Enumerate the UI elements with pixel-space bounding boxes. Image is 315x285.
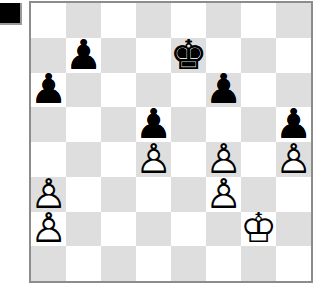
square-g4[interactable] [241,142,276,177]
square-e5[interactable] [171,107,206,142]
square-d8[interactable] [136,3,171,38]
square-b1[interactable] [66,246,101,281]
white-pawn-glyph: ♙ [135,135,172,183]
square-e2[interactable] [171,212,206,247]
square-d7[interactable] [136,38,171,73]
square-e7[interactable]: ♚♚ [171,38,206,73]
black-pawn[interactable]: ♟♟ [65,35,102,76]
white-pawn[interactable]: ♟♙ [30,208,67,249]
square-g8[interactable] [241,3,276,38]
square-d2[interactable] [136,212,171,247]
square-d1[interactable] [136,246,171,281]
square-e4[interactable] [171,142,206,177]
square-c4[interactable] [101,142,136,177]
white-pawn-glyph: ♙ [205,170,242,218]
square-g6[interactable] [241,73,276,108]
white-pawn-glyph: ♙ [30,204,67,252]
square-c6[interactable] [101,73,136,108]
square-a8[interactable] [31,3,66,38]
square-h2[interactable] [276,212,311,247]
square-g5[interactable] [241,107,276,142]
square-f8[interactable] [206,3,241,38]
square-c2[interactable] [101,212,136,247]
black-pawn[interactable]: ♟♟ [30,69,67,110]
black-king[interactable]: ♚♚ [170,35,207,76]
square-c1[interactable] [101,246,136,281]
square-g7[interactable] [241,38,276,73]
square-h4[interactable]: ♟♙ [276,142,311,177]
square-f6[interactable]: ♟♟ [206,73,241,108]
square-b4[interactable] [66,142,101,177]
chess-diagram: ♟♟♚♚♟♟♟♟♟♟♟♟♟♙♟♙♟♙♟♙♟♙♟♙♚♔ [0,0,315,285]
square-a6[interactable]: ♟♟ [31,73,66,108]
square-h1[interactable] [276,246,311,281]
white-king-glyph: ♔ [240,204,277,252]
square-a2[interactable]: ♟♙ [31,212,66,247]
square-c8[interactable] [101,3,136,38]
square-c7[interactable] [101,38,136,73]
square-h7[interactable] [276,38,311,73]
square-c3[interactable] [101,177,136,212]
square-f1[interactable] [206,246,241,281]
square-g2[interactable]: ♚♔ [241,212,276,247]
square-c5[interactable] [101,107,136,142]
square-h8[interactable] [276,3,311,38]
square-b2[interactable] [66,212,101,247]
black-to-move-indicator [0,3,22,25]
white-pawn[interactable]: ♟♙ [135,139,172,180]
square-d4[interactable]: ♟♙ [136,142,171,177]
square-b3[interactable] [66,177,101,212]
white-pawn[interactable]: ♟♙ [275,139,312,180]
white-king[interactable]: ♚♔ [240,208,277,249]
black-pawn[interactable]: ♟♟ [205,69,242,110]
chess-board: ♟♟♚♚♟♟♟♟♟♟♟♟♟♙♟♙♟♙♟♙♟♙♟♙♚♔ [29,1,313,283]
white-pawn-glyph: ♙ [275,135,312,183]
black-pawn-glyph: ♟ [205,65,242,113]
black-king-glyph: ♚ [170,31,207,79]
square-e3[interactable] [171,177,206,212]
black-pawn-glyph: ♟ [30,65,67,113]
square-e1[interactable] [171,246,206,281]
square-b7[interactable]: ♟♟ [66,38,101,73]
white-pawn[interactable]: ♟♙ [205,174,242,215]
square-b5[interactable] [66,107,101,142]
black-pawn-glyph: ♟ [65,31,102,79]
square-f3[interactable]: ♟♙ [206,177,241,212]
